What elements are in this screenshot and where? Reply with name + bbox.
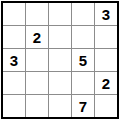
clue-number: 7: [79, 99, 87, 114]
cell-r1c5: 3: [95, 3, 117, 25]
cell-r3c1: 3: [3, 49, 25, 71]
clue-number: 2: [102, 76, 110, 91]
cell-r2c3[interactable]: [49, 26, 71, 48]
cell-r1c3[interactable]: [49, 3, 71, 25]
clue-number: 3: [102, 7, 110, 22]
cell-r3c5[interactable]: [95, 49, 117, 71]
cell-r2c2: 2: [26, 26, 48, 48]
cell-r3c4: 5: [72, 49, 94, 71]
cell-r5c2[interactable]: [26, 95, 48, 117]
puzzle-board: 323527: [1, 1, 119, 119]
clue-number: 3: [10, 53, 18, 68]
cell-r5c4: 7: [72, 95, 94, 117]
cell-r1c2[interactable]: [26, 3, 48, 25]
cell-r5c5[interactable]: [95, 95, 117, 117]
cell-r3c3[interactable]: [49, 49, 71, 71]
cell-r4c2[interactable]: [26, 72, 48, 94]
clue-number: 5: [79, 53, 87, 68]
cell-r4c3[interactable]: [49, 72, 71, 94]
cell-r3c2[interactable]: [26, 49, 48, 71]
cell-r5c3[interactable]: [49, 95, 71, 117]
puzzle-page: 323527: [0, 0, 120, 120]
clue-number: 2: [33, 30, 41, 45]
cell-r2c1[interactable]: [3, 26, 25, 48]
cell-r4c4[interactable]: [72, 72, 94, 94]
cell-r2c5[interactable]: [95, 26, 117, 48]
cell-r4c5: 2: [95, 72, 117, 94]
cell-r5c1[interactable]: [3, 95, 25, 117]
cell-r4c1[interactable]: [3, 72, 25, 94]
cell-r1c1[interactable]: [3, 3, 25, 25]
cell-r2c4[interactable]: [72, 26, 94, 48]
cell-r1c4[interactable]: [72, 3, 94, 25]
